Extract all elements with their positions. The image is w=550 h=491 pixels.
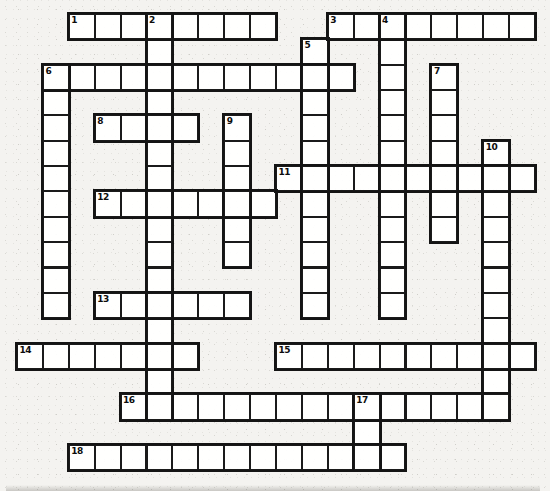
cell-r12c2[interactable]: [42, 292, 70, 319]
cell-r11c6[interactable]: [146, 267, 174, 294]
cell-r3c4[interactable]: [94, 64, 122, 91]
cell-r18c10[interactable]: [249, 444, 277, 471]
cell-r1c3[interactable]: [68, 13, 96, 40]
cell-r6c19[interactable]: [482, 140, 510, 167]
cell-r16c18[interactable]: [456, 393, 484, 420]
cell-r4c6[interactable]: [146, 89, 174, 116]
cell-r6c2[interactable]: [42, 140, 70, 167]
cell-r8c12[interactable]: [301, 190, 329, 217]
cell-r1c5[interactable]: [120, 13, 148, 40]
cell-r8c2[interactable]: [42, 190, 70, 217]
cell-r14c15[interactable]: [379, 343, 407, 370]
cell-r16c11[interactable]: [275, 393, 303, 420]
cell-r14c6[interactable]: [146, 343, 174, 370]
cell-r7c15[interactable]: [379, 165, 407, 192]
cell-r2c15[interactable]: [379, 38, 407, 65]
cell-r3c5[interactable]: [120, 64, 148, 91]
cell-r7c17[interactable]: [430, 165, 458, 192]
cell-r8c10[interactable]: [249, 190, 277, 217]
cell-r5c5[interactable]: [120, 114, 148, 141]
cell-r3c12[interactable]: [301, 64, 329, 91]
cell-r7c2[interactable]: [42, 165, 70, 192]
cell-r7c11[interactable]: [275, 165, 303, 192]
cell-r16c7[interactable]: [171, 393, 199, 420]
cell-r8c8[interactable]: [197, 190, 225, 217]
cell-r7c14[interactable]: [353, 165, 381, 192]
cell-r18c9[interactable]: [223, 444, 251, 471]
cell-r8c7[interactable]: [171, 190, 199, 217]
cell-r4c2[interactable]: [42, 89, 70, 116]
cell-r3c9[interactable]: [223, 64, 251, 91]
cell-r3c7[interactable]: [171, 64, 199, 91]
cell-r5c9[interactable]: [223, 114, 251, 141]
cell-r4c12[interactable]: [301, 89, 329, 116]
cell-r3c13[interactable]: [327, 64, 355, 91]
cell-r3c2[interactable]: [42, 64, 70, 91]
cell-r16c5[interactable]: [120, 393, 148, 420]
cell-r14c12[interactable]: [301, 343, 329, 370]
cell-r18c6[interactable]: [146, 444, 174, 471]
cell-r6c9[interactable]: [223, 140, 251, 167]
cell-r10c6[interactable]: [146, 241, 174, 268]
cell-r7c6[interactable]: [146, 165, 174, 192]
cell-r2c6[interactable]: [146, 38, 174, 65]
crossword-board: 123456789101112131415161718: [0, 0, 550, 491]
cell-r5c17[interactable]: [430, 114, 458, 141]
cell-r9c12[interactable]: [301, 216, 329, 243]
cell-r14c18[interactable]: [456, 343, 484, 370]
cell-r14c11[interactable]: [275, 343, 303, 370]
cell-r16c8[interactable]: [197, 393, 225, 420]
cell-r6c6[interactable]: [146, 140, 174, 167]
cell-r14c5[interactable]: [120, 343, 148, 370]
cell-r12c19[interactable]: [482, 292, 510, 319]
cell-r9c19[interactable]: [482, 216, 510, 243]
cell-r3c10[interactable]: [249, 64, 277, 91]
cell-r1c7[interactable]: [171, 13, 199, 40]
cell-r7c20[interactable]: [508, 165, 536, 192]
cell-r9c15[interactable]: [379, 216, 407, 243]
cell-r3c11[interactable]: [275, 64, 303, 91]
cell-r7c13[interactable]: [327, 165, 355, 192]
cell-r10c2[interactable]: [42, 241, 70, 268]
cell-r1c4[interactable]: [94, 13, 122, 40]
cell-r1c15[interactable]: [379, 13, 407, 40]
cell-r17c14[interactable]: [353, 419, 381, 446]
cell-r9c2[interactable]: [42, 216, 70, 243]
cell-r14c20[interactable]: [508, 343, 536, 370]
cell-r9c17[interactable]: [430, 216, 458, 243]
cell-r7c12[interactable]: [301, 165, 329, 192]
cell-r18c4[interactable]: [94, 444, 122, 471]
cell-r12c9[interactable]: [223, 292, 251, 319]
cell-r3c3[interactable]: [68, 64, 96, 91]
cell-r5c15[interactable]: [379, 114, 407, 141]
cell-r1c17[interactable]: [430, 13, 458, 40]
cell-r14c1[interactable]: [16, 343, 44, 370]
cell-r14c16[interactable]: [405, 343, 433, 370]
cell-r11c19[interactable]: [482, 267, 510, 294]
cell-r7c9[interactable]: [223, 165, 251, 192]
cell-r12c6[interactable]: [146, 292, 174, 319]
cell-r5c7[interactable]: [171, 114, 199, 141]
cell-r16c14[interactable]: [353, 393, 381, 420]
cell-r4c17[interactable]: [430, 89, 458, 116]
cell-r2c12[interactable]: [301, 38, 329, 65]
cell-r8c15[interactable]: [379, 190, 407, 217]
cell-r1c10[interactable]: [249, 13, 277, 40]
cell-r4c15[interactable]: [379, 89, 407, 116]
cell-r13c19[interactable]: [482, 317, 510, 344]
cell-r15c6[interactable]: [146, 368, 174, 395]
cell-r8c17[interactable]: [430, 190, 458, 217]
cell-r12c8[interactable]: [197, 292, 225, 319]
cell-r9c9[interactable]: [223, 216, 251, 243]
cell-r18c8[interactable]: [197, 444, 225, 471]
cell-r18c12[interactable]: [301, 444, 329, 471]
cell-r18c5[interactable]: [120, 444, 148, 471]
cell-r5c12[interactable]: [301, 114, 329, 141]
cell-r18c3[interactable]: [68, 444, 96, 471]
cell-r14c14[interactable]: [353, 343, 381, 370]
cell-r8c19[interactable]: [482, 190, 510, 217]
cell-r14c13[interactable]: [327, 343, 355, 370]
cell-r7c19[interactable]: [482, 165, 510, 192]
cell-r6c12[interactable]: [301, 140, 329, 167]
cell-r1c14[interactable]: [353, 13, 381, 40]
cell-r8c5[interactable]: [120, 190, 148, 217]
cell-r18c7[interactable]: [171, 444, 199, 471]
cell-r12c4[interactable]: [94, 292, 122, 319]
cell-r16c10[interactable]: [249, 393, 277, 420]
cell-r8c9[interactable]: [223, 190, 251, 217]
cell-r10c19[interactable]: [482, 241, 510, 268]
cell-r14c7[interactable]: [171, 343, 199, 370]
cell-r12c15[interactable]: [379, 292, 407, 319]
cell-r18c14[interactable]: [353, 444, 381, 471]
cell-r16c16[interactable]: [405, 393, 433, 420]
cell-r16c13[interactable]: [327, 393, 355, 420]
cell-r14c2[interactable]: [42, 343, 70, 370]
cell-r10c15[interactable]: [379, 241, 407, 268]
cell-r13c6[interactable]: [146, 317, 174, 344]
cell-r8c6[interactable]: [146, 190, 174, 217]
cell-r1c20[interactable]: [508, 13, 536, 40]
cell-r6c17[interactable]: [430, 140, 458, 167]
cell-r12c7[interactable]: [171, 292, 199, 319]
cell-r3c8[interactable]: [197, 64, 225, 91]
cell-r18c11[interactable]: [275, 444, 303, 471]
cell-r3c17[interactable]: [430, 64, 458, 91]
cell-r1c19[interactable]: [482, 13, 510, 40]
cell-r11c2[interactable]: [42, 267, 70, 294]
cell-r14c4[interactable]: [94, 343, 122, 370]
cell-r7c16[interactable]: [405, 165, 433, 192]
cell-r7c18[interactable]: [456, 165, 484, 192]
cell-r12c12[interactable]: [301, 292, 329, 319]
cell-r18c13[interactable]: [327, 444, 355, 471]
cell-r5c2[interactable]: [42, 114, 70, 141]
cell-r11c12[interactable]: [301, 267, 329, 294]
cell-r16c15[interactable]: [379, 393, 407, 420]
cell-r12c5[interactable]: [120, 292, 148, 319]
cell-r16c9[interactable]: [223, 393, 251, 420]
cell-r6c15[interactable]: [379, 140, 407, 167]
cell-r8c4[interactable]: [94, 190, 122, 217]
cell-r15c19[interactable]: [482, 368, 510, 395]
cell-r3c15[interactable]: [379, 64, 407, 91]
cell-r1c18[interactable]: [456, 13, 484, 40]
cell-r16c19[interactable]: [482, 393, 510, 420]
cell-r3c6[interactable]: [146, 64, 174, 91]
cell-r16c17[interactable]: [430, 393, 458, 420]
cell-r10c12[interactable]: [301, 241, 329, 268]
cell-r5c6[interactable]: [146, 114, 174, 141]
cell-r14c19[interactable]: [482, 343, 510, 370]
cell-r9c6[interactable]: [146, 216, 174, 243]
cell-r11c15[interactable]: [379, 267, 407, 294]
cell-r1c13[interactable]: [327, 13, 355, 40]
cell-r1c9[interactable]: [223, 13, 251, 40]
cell-r16c12[interactable]: [301, 393, 329, 420]
cell-r18c15[interactable]: [379, 444, 407, 471]
scan-shadow: [6, 485, 540, 491]
cell-r5c4[interactable]: [94, 114, 122, 141]
cell-r10c9[interactable]: [223, 241, 251, 268]
cell-r14c3[interactable]: [68, 343, 96, 370]
cell-r1c6[interactable]: [146, 13, 174, 40]
cell-r1c8[interactable]: [197, 13, 225, 40]
cell-r16c6[interactable]: [146, 393, 174, 420]
cell-r1c16[interactable]: [405, 13, 433, 40]
cell-r14c17[interactable]: [430, 343, 458, 370]
